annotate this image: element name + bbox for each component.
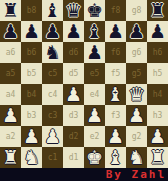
square-h7[interactable]: ♟	[147, 21, 168, 42]
square-label-d3: d3	[69, 105, 79, 126]
square-b3[interactable]: b3	[21, 105, 42, 126]
square-e2[interactable]: e2	[84, 126, 105, 147]
square-label-d2: d2	[69, 126, 79, 147]
square-e1[interactable]: ♚	[84, 147, 105, 168]
piece-black-pawn[interactable]: ♟	[44, 21, 61, 42]
square-c8[interactable]: ♝	[42, 0, 63, 21]
piece-white-rook[interactable]: ♜	[2, 147, 19, 168]
piece-black-pawn[interactable]: ♟	[65, 21, 82, 42]
square-f7[interactable]: ♟	[105, 21, 126, 42]
square-g6[interactable]: g6	[126, 42, 147, 63]
square-c7[interactable]: ♟	[42, 21, 63, 42]
square-c2[interactable]: ♟	[42, 126, 63, 147]
square-d8[interactable]: ♛	[63, 0, 84, 21]
square-h1[interactable]: ♜	[147, 147, 168, 168]
square-label-b8: b8	[27, 0, 37, 21]
piece-black-pawn[interactable]: ♟	[2, 21, 19, 42]
piece-white-pawn[interactable]: ♟	[107, 126, 124, 147]
square-label-e4: e4	[90, 84, 100, 105]
square-f3[interactable]: f3	[105, 105, 126, 126]
piece-white-pawn[interactable]: ♟	[128, 105, 145, 126]
square-h5[interactable]: h5	[147, 63, 168, 84]
piece-white-pawn[interactable]: ♟	[149, 126, 166, 147]
square-label-a4: a4	[6, 84, 16, 105]
square-f8[interactable]: f8	[105, 0, 126, 21]
piece-black-king[interactable]: ♚	[86, 0, 103, 21]
square-e6[interactable]: ♟	[84, 42, 105, 63]
square-d7[interactable]: ♟	[63, 21, 84, 42]
square-d5[interactable]: d5	[63, 63, 84, 84]
square-e7[interactable]: ♝	[84, 21, 105, 42]
square-a4[interactable]: a4	[0, 84, 21, 105]
square-f1[interactable]: ♝	[105, 147, 126, 168]
square-label-b3: b3	[27, 105, 37, 126]
piece-black-queen[interactable]: ♛	[65, 0, 82, 21]
square-label-b4: b4	[27, 84, 37, 105]
square-g2[interactable]: g2	[126, 126, 147, 147]
square-e4[interactable]: e4	[84, 84, 105, 105]
square-label-g5: g5	[132, 63, 142, 84]
square-f2[interactable]: ♟	[105, 126, 126, 147]
square-label-g2: g2	[132, 126, 142, 147]
chess-app: ♜b8♝♛♚f8g8♜♟♟♟♟♝♟♟♟a6b6♞d6♟f6g6h6a5b5c5d…	[0, 0, 168, 180]
square-a6[interactable]: a6	[0, 42, 21, 63]
square-b6[interactable]: b6	[21, 42, 42, 63]
square-label-b5: b5	[27, 63, 37, 84]
piece-white-bishop[interactable]: ♝	[107, 147, 124, 168]
piece-white-bishop[interactable]: ♝	[107, 84, 124, 105]
square-label-h3: h3	[153, 105, 163, 126]
square-b5[interactable]: b5	[21, 63, 42, 84]
square-d3[interactable]: d3	[63, 105, 84, 126]
square-a3[interactable]: ♟	[0, 105, 21, 126]
piece-black-bishop[interactable]: ♝	[44, 0, 61, 21]
square-g3[interactable]: ♟	[126, 105, 147, 126]
square-label-c3: c3	[48, 105, 58, 126]
square-a1[interactable]: ♜	[0, 147, 21, 168]
square-b4[interactable]: b4	[21, 84, 42, 105]
piece-white-pawn[interactable]: ♟	[44, 126, 61, 147]
piece-black-rook[interactable]: ♜	[2, 0, 19, 21]
square-label-g6: g6	[132, 42, 142, 63]
piece-white-pawn[interactable]: ♟	[86, 105, 103, 126]
piece-black-pawn[interactable]: ♟	[107, 21, 124, 42]
square-label-h4: h4	[153, 84, 163, 105]
square-f5[interactable]: f5	[105, 63, 126, 84]
square-label-a6: a6	[6, 42, 16, 63]
square-b7[interactable]: ♟	[21, 21, 42, 42]
square-g4[interactable]: ♛	[126, 84, 147, 105]
piece-white-pawn[interactable]: ♟	[2, 105, 19, 126]
square-d1[interactable]: d1	[63, 147, 84, 168]
square-a2[interactable]: a2	[0, 126, 21, 147]
square-g8[interactable]: g8	[126, 0, 147, 21]
square-label-f5: f5	[111, 63, 121, 84]
square-label-d5: d5	[69, 63, 79, 84]
square-label-d6: d6	[69, 42, 79, 63]
square-c4[interactable]: c4	[42, 84, 63, 105]
square-label-f3: f3	[111, 105, 121, 126]
square-label-h5: h5	[153, 63, 163, 84]
piece-white-knight[interactable]: ♞	[23, 147, 40, 168]
credit-bar: By Zahl	[0, 168, 168, 180]
square-label-f6: f6	[111, 42, 121, 63]
piece-white-king[interactable]: ♚	[86, 147, 103, 168]
square-c3[interactable]: c3	[42, 105, 63, 126]
square-label-c4: c4	[48, 84, 58, 105]
square-e5[interactable]: e5	[84, 63, 105, 84]
square-h6[interactable]: h6	[147, 42, 168, 63]
square-c5[interactable]: c5	[42, 63, 63, 84]
square-g5[interactable]: g5	[126, 63, 147, 84]
square-label-a5: a5	[6, 63, 16, 84]
piece-white-knight[interactable]: ♞	[128, 147, 145, 168]
square-d6[interactable]: d6	[63, 42, 84, 63]
square-b8[interactable]: b8	[21, 0, 42, 21]
piece-white-queen[interactable]: ♛	[128, 84, 145, 105]
square-h3[interactable]: h3	[147, 105, 168, 126]
square-f6[interactable]: f6	[105, 42, 126, 63]
square-b1[interactable]: ♞	[21, 147, 42, 168]
square-b2[interactable]: ♟	[21, 126, 42, 147]
square-a7[interactable]: ♟	[0, 21, 21, 42]
square-a8[interactable]: ♜	[0, 0, 21, 21]
square-label-g8: g8	[132, 0, 142, 21]
square-label-d1: d1	[69, 147, 79, 168]
piece-white-pawn[interactable]: ♟	[65, 84, 82, 105]
square-label-e5: e5	[90, 63, 100, 84]
piece-black-pawn[interactable]: ♟	[128, 21, 145, 42]
square-d4[interactable]: ♟	[63, 84, 84, 105]
piece-black-knight[interactable]: ♞	[44, 42, 61, 63]
square-label-c5: c5	[48, 63, 58, 84]
piece-white-pawn[interactable]: ♟	[23, 126, 40, 147]
square-g7[interactable]: ♟	[126, 21, 147, 42]
square-h2[interactable]: ♟	[147, 126, 168, 147]
piece-black-pawn[interactable]: ♟	[149, 21, 166, 42]
square-c6[interactable]: ♞	[42, 42, 63, 63]
square-e3[interactable]: ♟	[84, 105, 105, 126]
credit-text: By Zahl	[106, 168, 168, 181]
piece-black-bishop[interactable]: ♝	[86, 21, 103, 42]
square-label-f8: f8	[111, 0, 121, 21]
chess-board: ♜b8♝♛♚f8g8♜♟♟♟♟♝♟♟♟a6b6♞d6♟f6g6h6a5b5c5d…	[0, 0, 168, 168]
piece-black-pawn[interactable]: ♟	[23, 21, 40, 42]
square-h4[interactable]: h4	[147, 84, 168, 105]
square-a5[interactable]: a5	[0, 63, 21, 84]
piece-white-rook[interactable]: ♜	[149, 147, 166, 168]
piece-black-pawn[interactable]: ♟	[86, 42, 103, 63]
square-g1[interactable]: ♞	[126, 147, 147, 168]
square-f4[interactable]: ♝	[105, 84, 126, 105]
square-label-e2: e2	[90, 126, 100, 147]
square-h8[interactable]: ♜	[147, 0, 168, 21]
square-e8[interactable]: ♚	[84, 0, 105, 21]
square-label-a2: a2	[6, 126, 16, 147]
square-label-c1: c1	[48, 147, 58, 168]
piece-black-rook[interactable]: ♜	[149, 0, 166, 21]
square-label-b6: b6	[27, 42, 37, 63]
square-d2[interactable]: d2	[63, 126, 84, 147]
square-label-h6: h6	[153, 42, 163, 63]
square-c1[interactable]: c1	[42, 147, 63, 168]
